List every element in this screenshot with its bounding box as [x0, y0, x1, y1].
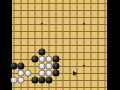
- star-point: [82, 65, 84, 67]
- white-stone[interactable]: [17, 76, 24, 83]
- black-stone[interactable]: [45, 76, 52, 83]
- letterbox-bar-right: [107, 0, 120, 90]
- white-stone[interactable]: [45, 69, 52, 76]
- go-board[interactable]: [12, 0, 107, 90]
- black-stone[interactable]: [52, 69, 59, 76]
- star-point: [40, 23, 42, 25]
- screenshot-stage: [0, 0, 120, 90]
- star-point: [82, 23, 84, 25]
- white-stone[interactable]: [24, 69, 31, 76]
